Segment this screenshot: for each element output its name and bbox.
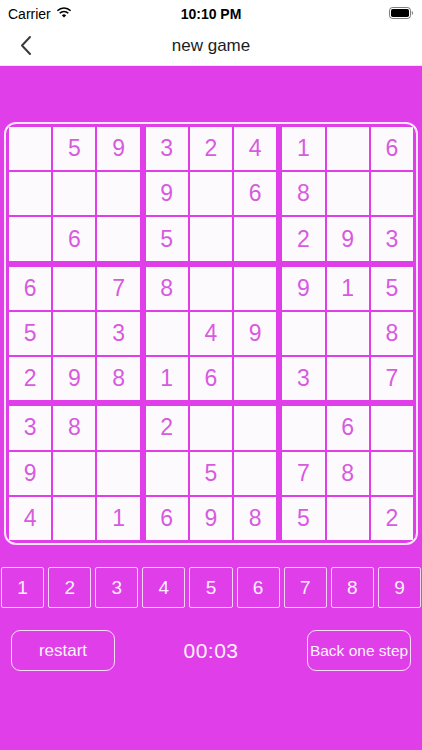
sudoku-cell-r1c2[interactable]: 5 [53,127,95,170]
sudoku-board-frame: 5963249651682936753298849169158373894125… [4,122,418,545]
sudoku-cell-r5c8[interactable] [327,312,369,355]
numpad-key-9[interactable]: 9 [378,567,421,608]
sudoku-cell-r6c6[interactable] [234,357,276,400]
sudoku-cell-r7c8[interactable]: 6 [327,406,369,449]
sudoku-cell-r1c8[interactable] [327,127,369,170]
sudoku-cell-r9c7[interactable]: 5 [282,497,324,540]
sudoku-cell-r6c9[interactable]: 7 [371,357,413,400]
game-area: 5963249651682936753298849169158373894125… [0,66,422,671]
sudoku-cell-r9c3[interactable]: 1 [97,497,139,540]
sudoku-cell-r8c9[interactable] [371,452,413,495]
sudoku-box: 38941 [9,406,140,540]
back-chevron-icon[interactable] [14,26,38,65]
status-time: 10:10 PM [143,6,278,22]
sudoku-cell-r9c6[interactable]: 8 [234,497,276,540]
status-bar: Carrier 10:10 PM [0,0,422,26]
sudoku-cell-r7c6[interactable] [234,406,276,449]
sudoku-cell-r6c2[interactable]: 9 [53,357,95,400]
sudoku-cell-r7c4[interactable]: 2 [146,406,188,449]
sudoku-cell-r3c7[interactable]: 2 [282,217,324,260]
sudoku-cell-r5c9[interactable]: 8 [371,312,413,355]
sudoku-box: 915837 [282,267,413,401]
sudoku-cell-r9c4[interactable]: 6 [146,497,188,540]
carrier-label: Carrier [8,6,51,22]
sudoku-cell-r3c2[interactable]: 6 [53,217,95,260]
nav-bar: new game [0,26,422,66]
numpad-key-8[interactable]: 8 [331,567,374,608]
sudoku-cell-r7c2[interactable]: 8 [53,406,95,449]
sudoku-cell-r5c7[interactable] [282,312,324,355]
sudoku-box: 168293 [282,127,413,261]
numpad-key-4[interactable]: 4 [142,567,185,608]
sudoku-cell-r2c9[interactable] [371,172,413,215]
sudoku-cell-r5c5[interactable]: 4 [190,312,232,355]
sudoku-cell-r8c7[interactable]: 7 [282,452,324,495]
sudoku-cell-r4c6[interactable] [234,267,276,310]
numpad-key-5[interactable]: 5 [189,567,232,608]
numpad-key-6[interactable]: 6 [237,567,280,608]
sudoku-cell-r5c4[interactable] [146,312,188,355]
page-title: new game [0,36,422,56]
wifi-icon [56,5,72,23]
sudoku-cell-r3c9[interactable]: 3 [371,217,413,260]
sudoku-cell-r4c2[interactable] [53,267,95,310]
sudoku-cell-r5c3[interactable]: 3 [97,312,139,355]
numpad-key-2[interactable]: 2 [48,567,91,608]
sudoku-box: 84916 [146,267,277,401]
sudoku-cell-r3c1[interactable] [9,217,51,260]
sudoku-cell-r9c9[interactable]: 2 [371,497,413,540]
bottom-controls: restart 00:03 Back one step [0,630,422,671]
number-pad: 123456789 [0,567,422,608]
sudoku-cell-r5c2[interactable] [53,312,95,355]
sudoku-cell-r4c9[interactable]: 5 [371,267,413,310]
sudoku-cell-r8c1[interactable]: 9 [9,452,51,495]
sudoku-cell-r6c7[interactable]: 3 [282,357,324,400]
sudoku-cell-r1c1[interactable] [9,127,51,170]
sudoku-cell-r6c1[interactable]: 2 [9,357,51,400]
sudoku-cell-r8c4[interactable] [146,452,188,495]
sudoku-cell-r2c4[interactable]: 9 [146,172,188,215]
sudoku-cell-r7c7[interactable] [282,406,324,449]
sudoku-cell-r9c2[interactable] [53,497,95,540]
sudoku-cell-r2c3[interactable] [97,172,139,215]
numpad-key-7[interactable]: 7 [284,567,327,608]
sudoku-cell-r6c5[interactable]: 6 [190,357,232,400]
sudoku-cell-r2c8[interactable] [327,172,369,215]
battery-icon [389,5,414,23]
sudoku-cell-r1c3[interactable]: 9 [97,127,139,170]
sudoku-cell-r4c5[interactable] [190,267,232,310]
sudoku-cell-r8c5[interactable]: 5 [190,452,232,495]
sudoku-cell-r3c3[interactable] [97,217,139,260]
sudoku-cell-r3c6[interactable] [234,217,276,260]
sudoku-cell-r8c8[interactable]: 8 [327,452,369,495]
sudoku-cell-r6c4[interactable]: 1 [146,357,188,400]
sudoku-cell-r9c8[interactable] [327,497,369,540]
sudoku-cell-r4c3[interactable]: 7 [97,267,139,310]
back-one-step-button[interactable]: Back one step [307,630,411,671]
sudoku-cell-r7c1[interactable]: 3 [9,406,51,449]
sudoku-cell-r7c3[interactable] [97,406,139,449]
sudoku-cell-r4c1[interactable]: 6 [9,267,51,310]
numpad-key-3[interactable]: 3 [95,567,138,608]
sudoku-cell-r3c4[interactable]: 5 [146,217,188,260]
sudoku-box: 324965 [146,127,277,261]
sudoku-box: 67852 [282,406,413,540]
sudoku-board: 5963249651682936753298849169158373894125… [9,127,413,540]
sudoku-cell-r2c1[interactable] [9,172,51,215]
sudoku-cell-r3c5[interactable] [190,217,232,260]
sudoku-cell-r9c5[interactable]: 9 [190,497,232,540]
sudoku-cell-r2c2[interactable] [53,172,95,215]
sudoku-cell-r1c5[interactable]: 2 [190,127,232,170]
sudoku-cell-r2c5[interactable] [190,172,232,215]
sudoku-cell-r1c6[interactable]: 4 [234,127,276,170]
sudoku-box: 6753298 [9,267,140,401]
sudoku-cell-r5c1[interactable]: 5 [9,312,51,355]
sudoku-cell-r6c3[interactable]: 8 [97,357,139,400]
sudoku-cell-r1c4[interactable]: 3 [146,127,188,170]
restart-button[interactable]: restart [11,630,115,671]
sudoku-cell-r4c7[interactable]: 9 [282,267,324,310]
sudoku-cell-r6c8[interactable] [327,357,369,400]
sudoku-cell-r1c7[interactable]: 1 [282,127,324,170]
sudoku-cell-r1c9[interactable]: 6 [371,127,413,170]
sudoku-cell-r5c6[interactable]: 9 [234,312,276,355]
sudoku-cell-r8c3[interactable] [97,452,139,495]
sudoku-cell-r4c4[interactable]: 8 [146,267,188,310]
numpad-key-1[interactable]: 1 [1,567,44,608]
sudoku-cell-r9c1[interactable]: 4 [9,497,51,540]
sudoku-cell-r7c5[interactable] [190,406,232,449]
sudoku-cell-r2c7[interactable]: 8 [282,172,324,215]
sudoku-cell-r2c6[interactable]: 6 [234,172,276,215]
sudoku-cell-r8c6[interactable] [234,452,276,495]
sudoku-cell-r8c2[interactable] [53,452,95,495]
sudoku-box: 25698 [146,406,277,540]
sudoku-box: 596 [9,127,140,261]
sudoku-cell-r7c9[interactable] [371,406,413,449]
timer-display: 00:03 [183,639,238,663]
sudoku-cell-r3c8[interactable]: 9 [327,217,369,260]
sudoku-cell-r4c8[interactable]: 1 [327,267,369,310]
